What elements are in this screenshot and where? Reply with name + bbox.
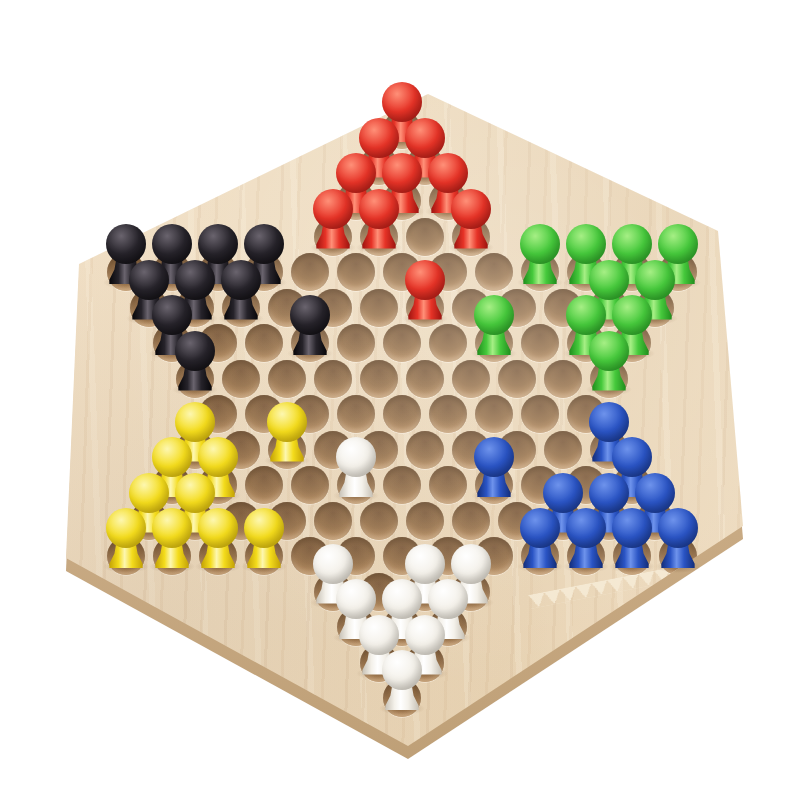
peg-white-r10c4[interactable] [334,437,378,499]
peg-blue-r12c12[interactable] [656,508,700,570]
hole-r5c5[interactable] [360,289,398,327]
peg-head [336,153,376,193]
peg-head [589,331,629,371]
peg-head [129,473,169,513]
peg-head [382,579,422,619]
peg-head [405,260,445,300]
peg-head [612,224,652,264]
hole-r9c5[interactable] [406,431,444,469]
peg-head [451,544,491,584]
hole-r6c4[interactable] [337,324,375,362]
peg-yellow-r12c3[interactable] [242,508,286,570]
peg-head [589,473,629,513]
peg-head [244,508,284,548]
hole-r8c6[interactable] [475,395,513,433]
peg-head [658,508,698,548]
peg-head [566,508,606,548]
hole-r7c7[interactable] [498,360,536,398]
peg-head [520,508,560,548]
peg-head [635,260,675,300]
peg-head [152,295,192,335]
hole-r10c2[interactable] [245,466,283,504]
hole-r3c2[interactable] [406,218,444,256]
peg-head [290,295,330,335]
hole-r6c8[interactable] [521,324,559,362]
hole-r7c3[interactable] [314,360,352,398]
peg-head [382,650,422,690]
peg-head [658,224,698,264]
peg-head [106,224,146,264]
peg-head [244,224,284,264]
hole-r8c7[interactable] [521,395,559,433]
hole-r11c5[interactable] [360,502,398,540]
hole-r8c3[interactable] [337,395,375,433]
hole-r8c4[interactable] [383,395,421,433]
peg-head [221,260,261,300]
hole-r4c8[interactable] [475,253,513,291]
peg-head [152,224,192,264]
hole-r4c5[interactable] [337,253,375,291]
hole-r7c4[interactable] [360,360,398,398]
peg-head [474,437,514,477]
hole-r11c4[interactable] [314,502,352,540]
hole-r9c8[interactable] [544,431,582,469]
peg-red-r3c1[interactable] [357,189,401,251]
peg-head [405,615,445,655]
peg-green-r6c7[interactable] [472,295,516,357]
hole-r6c5[interactable] [383,324,421,362]
hole-r7c5[interactable] [406,360,444,398]
peg-head [566,224,606,264]
hole-r6c2[interactable] [245,324,283,362]
peg-head [152,437,192,477]
hole-r10c3[interactable] [291,466,329,504]
peg-blue-r12c9[interactable] [518,508,562,570]
peg-head [382,153,422,193]
hole-r7c2[interactable] [268,360,306,398]
peg-head [175,473,215,513]
peg-yellow-r12c2[interactable] [196,508,240,570]
peg-blue-r10c7[interactable] [472,437,516,499]
peg-head [405,118,445,158]
peg-head [359,118,399,158]
peg-black-r5c2[interactable] [219,260,263,322]
peg-head [175,402,215,442]
peg-green-r7c9[interactable] [587,331,631,393]
peg-head [198,508,238,548]
peg-head [359,615,399,655]
hole-r8c5[interactable] [429,395,467,433]
peg-head [589,260,629,300]
peg-head [313,544,353,584]
peg-head [612,295,652,335]
hole-r7c6[interactable] [452,360,490,398]
peg-head [175,260,215,300]
peg-head [336,579,376,619]
peg-head [405,544,445,584]
peg-head [106,508,146,548]
peg-head [451,189,491,229]
peg-head [520,224,560,264]
peg-yellow-r12c1[interactable] [150,508,194,570]
peg-head [428,153,468,193]
peg-blue-r12c10[interactable] [564,508,608,570]
peg-head [336,437,376,477]
hole-r11c7[interactable] [452,502,490,540]
peg-black-r7c0[interactable] [173,331,217,393]
hole-r7c1[interactable] [222,360,260,398]
peg-head [543,473,583,513]
peg-head [635,473,675,513]
peg-red-r3c0[interactable] [311,189,355,251]
peg-yellow-r9c2[interactable] [265,402,309,464]
hole-r10c6[interactable] [429,466,467,504]
peg-head [612,437,652,477]
peg-head [129,260,169,300]
peg-head [566,295,606,335]
hole-r4c4[interactable] [291,253,329,291]
hole-r6c6[interactable] [429,324,467,362]
peg-head [382,82,422,122]
peg-red-r3c3[interactable] [449,189,493,251]
hole-r11c6[interactable] [406,502,444,540]
peg-head [198,437,238,477]
peg-head [612,508,652,548]
peg-head [198,224,238,264]
peg-head [267,402,307,442]
peg-blue-r12c11[interactable] [610,508,654,570]
hole-r7c8[interactable] [544,360,582,398]
peg-black-r6c3[interactable] [288,295,332,357]
product-photo [0,0,800,800]
hole-r10c5[interactable] [383,466,421,504]
peg-head [152,508,192,548]
peg-head [428,579,468,619]
peg-head [175,331,215,371]
peg-head [313,189,353,229]
peg-head [589,402,629,442]
peg-yellow-r12c0[interactable] [104,508,148,570]
peg-head [474,295,514,335]
peg-white-r16c0[interactable] [380,650,424,712]
peg-head [359,189,399,229]
peg-red-r5c6[interactable] [403,260,447,322]
peg-green-r4c9[interactable] [518,224,562,286]
